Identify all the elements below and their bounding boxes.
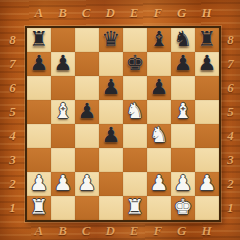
black-rook-h8[interactable]: ♜ bbox=[195, 28, 219, 52]
rank-label-6-right: 6 bbox=[221, 76, 240, 100]
square-f1[interactable] bbox=[147, 196, 171, 220]
white-rook-e1[interactable]: ♜ bbox=[123, 196, 147, 220]
square-c5[interactable]: ♟ bbox=[75, 100, 99, 124]
square-d5[interactable] bbox=[99, 100, 123, 124]
black-bishop-f8[interactable]: ♝ bbox=[147, 28, 171, 52]
rank-label-5-right: 5 bbox=[221, 100, 240, 124]
black-pawn-h7[interactable]: ♟ bbox=[195, 52, 219, 76]
file-label-e-top: E bbox=[122, 0, 146, 26]
square-f8[interactable]: ♝ bbox=[147, 28, 171, 52]
square-e8[interactable] bbox=[123, 28, 147, 52]
square-c4[interactable] bbox=[75, 124, 99, 148]
square-h5[interactable] bbox=[195, 100, 219, 124]
file-labels-bottom: ABCDEFGH bbox=[27, 222, 219, 240]
square-b6[interactable] bbox=[51, 76, 75, 100]
square-d4[interactable]: ♟ bbox=[99, 124, 123, 148]
square-f7[interactable] bbox=[147, 52, 171, 76]
square-a1[interactable]: ♜ bbox=[27, 196, 51, 220]
square-e7[interactable]: ♚ bbox=[123, 52, 147, 76]
file-label-c-top: C bbox=[74, 0, 98, 26]
file-label-h-top: H bbox=[194, 0, 219, 26]
square-b8[interactable] bbox=[51, 28, 75, 52]
rank-labels-right: 87654321 bbox=[221, 28, 240, 220]
file-label-f-bottom: F bbox=[146, 222, 170, 240]
black-pawn-b7[interactable]: ♟ bbox=[51, 52, 75, 76]
rank-label-5-left: 5 bbox=[0, 100, 25, 124]
square-b3[interactable] bbox=[51, 148, 75, 172]
rank-label-7-left: 7 bbox=[0, 52, 25, 76]
file-label-g-top: G bbox=[170, 0, 194, 26]
square-h4[interactable] bbox=[195, 124, 219, 148]
file-labels-top: ABCDEFGH bbox=[27, 0, 219, 26]
square-g4[interactable] bbox=[171, 124, 195, 148]
board-grid: ♜♛♝♞♜♟♟♚♟♟♟♟♝♟♞♝♟♞♟♟♟♟♟♟♜♜♚ bbox=[27, 28, 219, 220]
black-rook-a8[interactable]: ♜ bbox=[27, 28, 51, 52]
file-label-d-top: D bbox=[98, 0, 122, 26]
square-d3[interactable] bbox=[99, 148, 123, 172]
square-f6[interactable]: ♟ bbox=[147, 76, 171, 100]
square-h3[interactable] bbox=[195, 148, 219, 172]
rank-label-6-left: 6 bbox=[0, 76, 25, 100]
square-b1[interactable] bbox=[51, 196, 75, 220]
file-label-b-top: B bbox=[51, 0, 75, 26]
square-d2[interactable] bbox=[99, 172, 123, 196]
file-label-c-bottom: C bbox=[74, 222, 98, 240]
square-h7[interactable]: ♟ bbox=[195, 52, 219, 76]
square-g6[interactable] bbox=[171, 76, 195, 100]
square-e3[interactable] bbox=[123, 148, 147, 172]
white-king-g1[interactable]: ♚ bbox=[171, 196, 195, 220]
square-a4[interactable] bbox=[27, 124, 51, 148]
square-c2[interactable]: ♟ bbox=[75, 172, 99, 196]
square-g5[interactable]: ♝ bbox=[171, 100, 195, 124]
square-h8[interactable]: ♜ bbox=[195, 28, 219, 52]
square-g1[interactable]: ♚ bbox=[171, 196, 195, 220]
square-d1[interactable] bbox=[99, 196, 123, 220]
white-pawn-b2[interactable]: ♟ bbox=[51, 172, 75, 196]
square-g3[interactable] bbox=[171, 148, 195, 172]
square-e1[interactable]: ♜ bbox=[123, 196, 147, 220]
square-g7[interactable]: ♟ bbox=[171, 52, 195, 76]
rank-label-7-right: 7 bbox=[221, 52, 240, 76]
rank-label-4-right: 4 bbox=[221, 124, 240, 148]
square-c8[interactable] bbox=[75, 28, 99, 52]
white-knight-f4[interactable]: ♞ bbox=[147, 124, 171, 148]
chess-board: ♜♛♝♞♜♟♟♚♟♟♟♟♝♟♞♝♟♞♟♟♟♟♟♟♜♜♚ bbox=[25, 26, 221, 222]
white-pawn-c2[interactable]: ♟ bbox=[75, 172, 99, 196]
square-a6[interactable] bbox=[27, 76, 51, 100]
square-d7[interactable] bbox=[99, 52, 123, 76]
rank-label-2-right: 2 bbox=[221, 172, 240, 196]
black-knight-g8[interactable]: ♞ bbox=[171, 28, 195, 52]
black-queen-d8[interactable]: ♛ bbox=[99, 28, 123, 52]
square-d6[interactable]: ♟ bbox=[99, 76, 123, 100]
file-label-g-bottom: G bbox=[170, 222, 194, 240]
square-e6[interactable] bbox=[123, 76, 147, 100]
rank-label-2-left: 2 bbox=[0, 172, 25, 196]
square-d8[interactable]: ♛ bbox=[99, 28, 123, 52]
square-g8[interactable]: ♞ bbox=[171, 28, 195, 52]
square-a3[interactable] bbox=[27, 148, 51, 172]
white-pawn-g2[interactable]: ♟ bbox=[171, 172, 195, 196]
file-label-h-bottom: H bbox=[194, 222, 219, 240]
rank-label-1-right: 1 bbox=[221, 196, 240, 220]
white-bishop-b5[interactable]: ♝ bbox=[51, 100, 75, 124]
square-e2[interactable] bbox=[123, 172, 147, 196]
square-f3[interactable] bbox=[147, 148, 171, 172]
black-pawn-d4[interactable]: ♟ bbox=[99, 124, 123, 148]
square-a8[interactable]: ♜ bbox=[27, 28, 51, 52]
white-rook-a1[interactable]: ♜ bbox=[27, 196, 51, 220]
black-pawn-d6[interactable]: ♟ bbox=[99, 76, 123, 100]
square-g2[interactable]: ♟ bbox=[171, 172, 195, 196]
rank-label-3-left: 3 bbox=[0, 148, 25, 172]
square-c7[interactable] bbox=[75, 52, 99, 76]
rank-label-8-right: 8 bbox=[221, 28, 240, 52]
black-pawn-a7[interactable]: ♟ bbox=[27, 52, 51, 76]
white-pawn-f2[interactable]: ♟ bbox=[147, 172, 171, 196]
square-h6[interactable] bbox=[195, 76, 219, 100]
rank-labels-left: 87654321 bbox=[0, 28, 25, 220]
rank-label-8-left: 8 bbox=[0, 28, 25, 52]
black-pawn-g7[interactable]: ♟ bbox=[171, 52, 195, 76]
square-b2[interactable]: ♟ bbox=[51, 172, 75, 196]
file-label-a-top: A bbox=[27, 0, 51, 26]
square-h1[interactable] bbox=[195, 196, 219, 220]
square-a2[interactable]: ♟ bbox=[27, 172, 51, 196]
file-label-d-bottom: D bbox=[98, 222, 122, 240]
square-a5[interactable] bbox=[27, 100, 51, 124]
square-b7[interactable]: ♟ bbox=[51, 52, 75, 76]
black-pawn-f6[interactable]: ♟ bbox=[147, 76, 171, 100]
rank-label-3-right: 3 bbox=[221, 148, 240, 172]
square-e5[interactable]: ♞ bbox=[123, 100, 147, 124]
white-pawn-h2[interactable]: ♟ bbox=[195, 172, 219, 196]
square-a7[interactable]: ♟ bbox=[27, 52, 51, 76]
square-f5[interactable] bbox=[147, 100, 171, 124]
square-f4[interactable]: ♞ bbox=[147, 124, 171, 148]
square-f2[interactable]: ♟ bbox=[147, 172, 171, 196]
file-label-b-bottom: B bbox=[51, 222, 75, 240]
square-c3[interactable] bbox=[75, 148, 99, 172]
square-b4[interactable] bbox=[51, 124, 75, 148]
white-bishop-g5[interactable]: ♝ bbox=[171, 100, 195, 124]
square-h2[interactable]: ♟ bbox=[195, 172, 219, 196]
square-e4[interactable] bbox=[123, 124, 147, 148]
square-c6[interactable] bbox=[75, 76, 99, 100]
white-pawn-a2[interactable]: ♟ bbox=[27, 172, 51, 196]
white-knight-e5[interactable]: ♞ bbox=[123, 100, 147, 124]
file-label-a-bottom: A bbox=[27, 222, 51, 240]
chess-app-window: ABCDEFGH ABCDEFGH 87654321 87654321 ♜♛♝♞… bbox=[0, 0, 240, 240]
black-pawn-c5[interactable]: ♟ bbox=[75, 100, 99, 124]
square-b5[interactable]: ♝ bbox=[51, 100, 75, 124]
rank-label-1-left: 1 bbox=[0, 196, 25, 220]
file-label-e-bottom: E bbox=[122, 222, 146, 240]
rank-label-4-left: 4 bbox=[0, 124, 25, 148]
black-king-e7[interactable]: ♚ bbox=[123, 52, 147, 76]
square-c1[interactable] bbox=[75, 196, 99, 220]
file-label-f-top: F bbox=[146, 0, 170, 26]
